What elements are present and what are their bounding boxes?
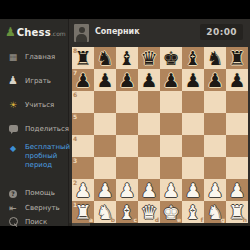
sidebar-item-label: Играть [25,77,51,85]
rank-label: 1 [73,201,77,208]
square-d8[interactable]: ♛ [138,47,160,69]
sidebar-item-label: Главная [25,53,55,61]
sidebar-item-label: Учиться [25,101,54,109]
file-label: e [177,216,181,223]
sidebar-item-label: Поделиться [25,125,69,133]
square-h1[interactable]: h♜ [226,201,248,223]
square-c7[interactable]: ♟ [116,69,138,91]
square-f7[interactable]: ♟ [182,69,204,91]
square-b5[interactable] [94,113,116,135]
square-h4[interactable] [226,135,248,157]
file-label: b [111,216,115,223]
rank-label: 6 [73,91,77,98]
white-pawn[interactable]: ♟ [206,179,223,201]
rank-label: 2 [73,179,77,186]
rank-label: 3 [73,157,77,164]
black-pawn[interactable]: ♟ [206,69,223,91]
square-d2[interactable]: ♟ [138,179,160,201]
black-pawn[interactable]: ♟ [228,69,245,91]
sidebar-item-trial[interactable]: ◆Бесплатный пробный период [7,143,69,170]
square-c1[interactable]: c♝ [116,201,138,223]
square-d4[interactable] [138,135,160,157]
square-d1[interactable]: d♛ [138,201,160,223]
sidebar-item-home[interactable]: ▦Главная [7,50,55,64]
chess-board[interactable]: 8♜♞♝♛♚♝♞♜7♟♟♟♟♟♟♟♟65432♟♟♟♟♟♟♟♟1a♜b♞c♝d♛… [72,47,248,223]
square-a8[interactable]: 8♜ [72,47,94,69]
square-f8[interactable]: ♝ [182,47,204,69]
sidebar-item-share[interactable]: Поделиться [7,122,69,136]
square-h3[interactable] [226,157,248,179]
black-knight[interactable]: ♞ [206,47,223,69]
opponent-clock: 20:00 [200,24,243,40]
black-queen[interactable]: ♛ [140,47,157,69]
square-b1[interactable]: b♞ [94,201,116,223]
black-bishop[interactable]: ♝ [118,47,135,69]
square-f5[interactable] [182,113,204,135]
black-pawn[interactable]: ♟ [96,69,113,91]
black-bishop[interactable]: ♝ [184,47,201,69]
opponent-name: Соперник [95,27,140,36]
square-a5[interactable]: 5 [72,113,94,135]
lightbulb-icon: ☀ [7,100,19,110]
black-pawn[interactable]: ♟ [184,69,201,91]
square-g4[interactable] [204,135,226,157]
pawn-icon: ♟ [7,76,19,86]
square-g5[interactable] [204,113,226,135]
square-f6[interactable] [182,91,204,113]
square-g2[interactable]: ♟ [204,179,226,201]
square-a6[interactable]: 6 [72,91,94,113]
sidebar-item-search[interactable]: Поиск [7,215,47,229]
question-icon: ? [7,188,19,198]
square-b7[interactable]: ♟ [94,69,116,91]
avatar-body-icon [76,34,87,42]
square-g3[interactable] [204,157,226,179]
brand-tld: .com [51,30,66,37]
square-d6[interactable] [138,91,160,113]
square-c5[interactable] [116,113,138,135]
opponent-avatar[interactable] [74,24,89,42]
search-icon [7,217,19,228]
brand-text: Chess [17,27,51,38]
square-a4[interactable]: 4 [72,135,94,157]
file-label: c [133,216,137,223]
black-rook[interactable]: ♜ [228,47,245,69]
square-g1[interactable]: g♞ [204,201,226,223]
square-h7[interactable]: ♟ [226,69,248,91]
white-pawn[interactable]: ♟ [118,179,135,201]
square-h6[interactable] [226,91,248,113]
rank-label: 8 [73,47,77,54]
square-f1[interactable]: f♝ [182,201,204,223]
white-pawn[interactable]: ♟ [140,179,157,201]
black-pawn[interactable]: ♟ [140,69,157,91]
black-pawn[interactable]: ♟ [118,69,135,91]
sidebar-item-learn[interactable]: ☀Учиться [7,98,54,112]
sidebar-item-label: Свернуть [25,204,60,212]
diamond-icon: ◆ [7,144,19,154]
opponent-bar: Соперник 20:00 [69,19,250,47]
square-f4[interactable] [182,135,204,157]
square-b4[interactable] [94,135,116,157]
square-e1[interactable]: e♚ [160,201,182,223]
logo-pawn-icon: ♟ [5,25,16,39]
square-h8[interactable]: ♜ [226,47,248,69]
white-pawn[interactable]: ♟ [162,179,179,201]
player-bar-edge [69,223,250,226]
square-a7[interactable]: 7♟ [72,69,94,91]
square-b6[interactable] [94,91,116,113]
square-b3[interactable] [94,157,116,179]
square-g8[interactable]: ♞ [204,47,226,69]
chat-bubble-icon [7,124,19,134]
sidebar: ♟ Chess .com ▦Главная♟Играть☀УчитьсяПоде… [0,19,69,226]
file-label: f [200,216,203,223]
sidebar-item-play[interactable]: ♟Играть [7,74,51,88]
rank-label: 4 [73,135,77,142]
square-c4[interactable] [116,135,138,157]
file-label: g [221,216,225,223]
white-pawn[interactable]: ♟ [96,179,113,201]
rank-label: 7 [73,69,77,76]
square-b8[interactable]: ♞ [94,47,116,69]
square-e8[interactable]: ♚ [160,47,182,69]
black-king[interactable]: ♚ [162,47,179,69]
square-d7[interactable]: ♟ [138,69,160,91]
square-b2[interactable]: ♟ [94,179,116,201]
grid-icon: ▦ [7,52,19,62]
rank-label: 5 [73,113,77,120]
square-g6[interactable] [204,91,226,113]
square-c6[interactable] [116,91,138,113]
avatar-head-icon [79,27,85,33]
square-a2[interactable]: 2♟ [72,179,94,201]
sidebar-item-label: Поиск [25,218,47,226]
square-f3[interactable] [182,157,204,179]
app-window: ♟ Chess .com ▦Главная♟Играть☀УчитьсяПоде… [0,19,250,226]
square-e6[interactable] [160,91,182,113]
sidebar-item-label: Помощь [25,189,55,197]
file-label: d [155,216,159,223]
square-a1[interactable]: 1a♜ [72,201,94,223]
white-pawn[interactable]: ♟ [228,179,245,201]
square-c2[interactable]: ♟ [116,179,138,201]
square-e5[interactable] [160,113,182,135]
square-e2[interactable]: ♟ [160,179,182,201]
square-c3[interactable] [116,157,138,179]
square-d3[interactable] [138,157,160,179]
white-bishop[interactable]: ♝ [184,201,201,223]
square-g7[interactable]: ♟ [204,69,226,91]
sidebar-item-collapse[interactable]: ⇤Свернуть [7,201,60,215]
square-d5[interactable] [138,113,160,135]
sidebar-item-help[interactable]: ?Помощь [7,186,55,200]
square-e4[interactable] [160,135,182,157]
square-e3[interactable] [160,157,182,179]
collapse-icon: ⇤ [7,203,19,213]
square-h5[interactable] [226,113,248,135]
file-label: a [89,216,93,223]
white-pawn[interactable]: ♟ [184,179,201,201]
black-knight[interactable]: ♞ [96,47,113,69]
square-e7[interactable]: ♟ [160,69,182,91]
chesscom-logo[interactable]: ♟ Chess .com [5,25,66,39]
sidebar-item-label: Бесплатный пробный период [25,143,69,170]
square-a3[interactable]: 3 [72,157,94,179]
square-c8[interactable]: ♝ [116,47,138,69]
square-f2[interactable]: ♟ [182,179,204,201]
black-pawn[interactable]: ♟ [162,69,179,91]
file-label: h [243,216,247,223]
player-avatar-edge [72,223,90,226]
square-h2[interactable]: ♟ [226,179,248,201]
